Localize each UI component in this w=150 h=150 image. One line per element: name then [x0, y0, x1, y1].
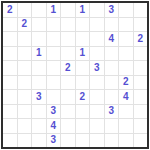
empty-cell-r6c9[interactable] — [134, 90, 148, 104]
empty-cell-r0c9[interactable] — [134, 3, 148, 17]
empty-cell-r2c3[interactable] — [47, 32, 61, 46]
empty-cell-r1c4[interactable] — [61, 18, 75, 32]
empty-cell-r2c5[interactable] — [76, 32, 90, 46]
empty-cell-r0c1[interactable] — [18, 3, 32, 17]
empty-cell-r6c6[interactable] — [90, 90, 104, 104]
empty-cell-r3c6[interactable] — [90, 47, 104, 61]
empty-cell-r0c6[interactable] — [90, 3, 104, 17]
empty-cell-r2c1[interactable] — [18, 32, 32, 46]
empty-cell-r5c0[interactable] — [3, 76, 17, 90]
clue-cell-r5c8: 2 — [119, 76, 133, 90]
empty-cell-r7c9[interactable] — [134, 105, 148, 119]
empty-cell-r3c4[interactable] — [61, 47, 75, 61]
empty-cell-r5c7[interactable] — [105, 76, 119, 90]
empty-cell-r3c1[interactable] — [18, 47, 32, 61]
empty-cell-r8c4[interactable] — [61, 119, 75, 133]
clue-cell-r0c5: 1 — [76, 3, 90, 17]
clue-cell-r6c8: 4 — [119, 90, 133, 104]
empty-cell-r4c5[interactable] — [76, 61, 90, 75]
empty-cell-r1c6[interactable] — [90, 18, 104, 32]
empty-cell-r4c2[interactable] — [32, 61, 46, 75]
empty-cell-r9c4[interactable] — [61, 134, 75, 148]
clue-cell-r1c1: 2 — [18, 18, 32, 32]
clue-cell-r9c3: 3 — [47, 134, 61, 148]
empty-cell-r8c9[interactable] — [134, 119, 148, 133]
empty-cell-r6c7[interactable] — [105, 90, 119, 104]
clue-cell-r2c9: 2 — [134, 32, 148, 46]
clue-cell-r6c2: 3 — [32, 90, 46, 104]
empty-cell-r7c0[interactable] — [3, 105, 17, 119]
empty-cell-r7c5[interactable] — [76, 105, 90, 119]
empty-cell-r1c2[interactable] — [32, 18, 46, 32]
empty-cell-r4c1[interactable] — [18, 61, 32, 75]
empty-cell-r4c8[interactable] — [119, 61, 133, 75]
empty-cell-r3c3[interactable] — [47, 47, 61, 61]
clue-cell-r0c3: 1 — [47, 3, 61, 17]
empty-cell-r4c7[interactable] — [105, 61, 119, 75]
clue-cell-r0c7: 3 — [105, 3, 119, 17]
clue-cell-r3c2: 1 — [32, 47, 46, 61]
empty-cell-r9c2[interactable] — [32, 134, 46, 148]
empty-cell-r6c4[interactable] — [61, 90, 75, 104]
clue-cell-r4c6: 3 — [90, 61, 104, 75]
empty-cell-r3c9[interactable] — [134, 47, 148, 61]
empty-cell-r8c8[interactable] — [119, 119, 133, 133]
empty-cell-r4c0[interactable] — [3, 61, 17, 75]
empty-cell-r5c6[interactable] — [90, 76, 104, 90]
clue-cell-r6c5: 2 — [76, 90, 90, 104]
empty-cell-r5c9[interactable] — [134, 76, 148, 90]
empty-cell-r5c2[interactable] — [32, 76, 46, 90]
empty-cell-r8c6[interactable] — [90, 119, 104, 133]
empty-cell-r4c9[interactable] — [134, 61, 148, 75]
empty-cell-r7c2[interactable] — [32, 105, 46, 119]
clue-cell-r4c4: 2 — [61, 61, 75, 75]
empty-cell-r4c3[interactable] — [47, 61, 61, 75]
empty-cell-r9c7[interactable] — [105, 134, 119, 148]
empty-cell-r7c4[interactable] — [61, 105, 75, 119]
empty-cell-r2c8[interactable] — [119, 32, 133, 46]
empty-cell-r1c7[interactable] — [105, 18, 119, 32]
clue-cell-r2c7: 4 — [105, 32, 119, 46]
empty-cell-r8c2[interactable] — [32, 119, 46, 133]
clue-cell-r7c3: 3 — [47, 105, 61, 119]
empty-cell-r9c0[interactable] — [3, 134, 17, 148]
empty-cell-r5c5[interactable] — [76, 76, 90, 90]
empty-cell-r2c4[interactable] — [61, 32, 75, 46]
empty-cell-r7c6[interactable] — [90, 105, 104, 119]
empty-cell-r0c2[interactable] — [32, 3, 46, 17]
empty-cell-r1c8[interactable] — [119, 18, 133, 32]
clue-cell-r0c0: 2 — [3, 3, 17, 17]
empty-cell-r8c5[interactable] — [76, 119, 90, 133]
empty-cell-r2c0[interactable] — [3, 32, 17, 46]
empty-cell-r9c8[interactable] — [119, 134, 133, 148]
empty-cell-r2c6[interactable] — [90, 32, 104, 46]
empty-cell-r1c0[interactable] — [3, 18, 17, 32]
empty-cell-r6c3[interactable] — [47, 90, 61, 104]
empty-cell-r1c5[interactable] — [76, 18, 90, 32]
clue-cell-r8c3: 4 — [47, 119, 61, 133]
empty-cell-r3c0[interactable] — [3, 47, 17, 61]
empty-cell-r8c0[interactable] — [3, 119, 17, 133]
empty-cell-r5c4[interactable] — [61, 76, 75, 90]
empty-cell-r9c6[interactable] — [90, 134, 104, 148]
empty-cell-r8c7[interactable] — [105, 119, 119, 133]
empty-cell-r0c8[interactable] — [119, 3, 133, 17]
empty-cell-r0c4[interactable] — [61, 3, 75, 17]
puzzle-board: 2113242112323243343 — [1, 1, 149, 149]
empty-cell-r9c1[interactable] — [18, 134, 32, 148]
empty-cell-r9c9[interactable] — [134, 134, 148, 148]
empty-cell-r6c1[interactable] — [18, 90, 32, 104]
empty-cell-r7c8[interactable] — [119, 105, 133, 119]
empty-cell-r3c7[interactable] — [105, 47, 119, 61]
empty-cell-r2c2[interactable] — [32, 32, 46, 46]
empty-cell-r5c3[interactable] — [47, 76, 61, 90]
empty-cell-r5c1[interactable] — [18, 76, 32, 90]
empty-cell-r1c3[interactable] — [47, 18, 61, 32]
empty-cell-r8c1[interactable] — [18, 119, 32, 133]
empty-cell-r6c0[interactable] — [3, 90, 17, 104]
clue-cell-r7c7: 3 — [105, 105, 119, 119]
empty-cell-r1c9[interactable] — [134, 18, 148, 32]
clue-cell-r3c5: 1 — [76, 47, 90, 61]
empty-cell-r7c1[interactable] — [18, 105, 32, 119]
empty-cell-r3c8[interactable] — [119, 47, 133, 61]
empty-cell-r9c5[interactable] — [76, 134, 90, 148]
